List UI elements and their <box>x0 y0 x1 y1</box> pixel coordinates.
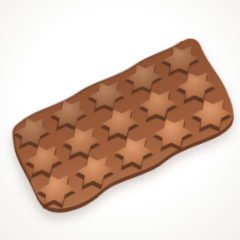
tray-perspective-wrap <box>0 27 240 231</box>
photo-background <box>0 0 240 240</box>
chocolate-mold-tray <box>0 19 240 230</box>
